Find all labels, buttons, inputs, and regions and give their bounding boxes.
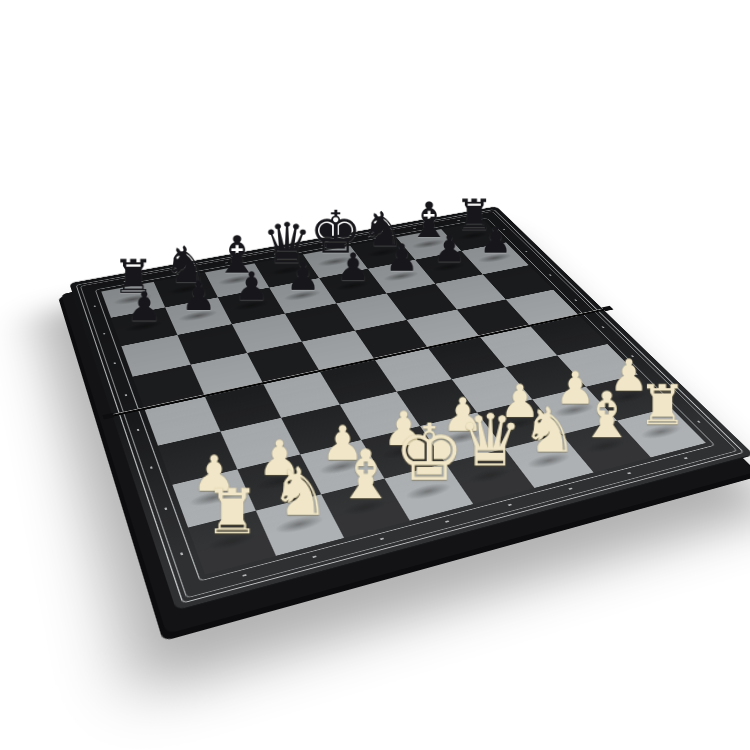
board-frame: ♜♞♝♛♚♞♝♜♟♟♟♟♟♟♟♟♟♟♟♟♟♟♟♟♜♞♝♚♛♞♝♜	[69, 206, 750, 611]
product-photo-scene: ♜♞♝♛♚♞♝♜♟♟♟♟♟♟♟♟♟♟♟♟♟♟♟♟♜♞♝♚♛♞♝♜	[0, 0, 750, 750]
black-pawn-glyph: ♟	[104, 287, 185, 327]
white-rook-glyph: ♜	[180, 482, 283, 544]
chess-board: ♜♞♝♛♚♞♝♜♟♟♟♟♟♟♟♟♟♟♟♟♟♟♟♟♜♞♝♚♛♞♝♜	[69, 206, 750, 611]
